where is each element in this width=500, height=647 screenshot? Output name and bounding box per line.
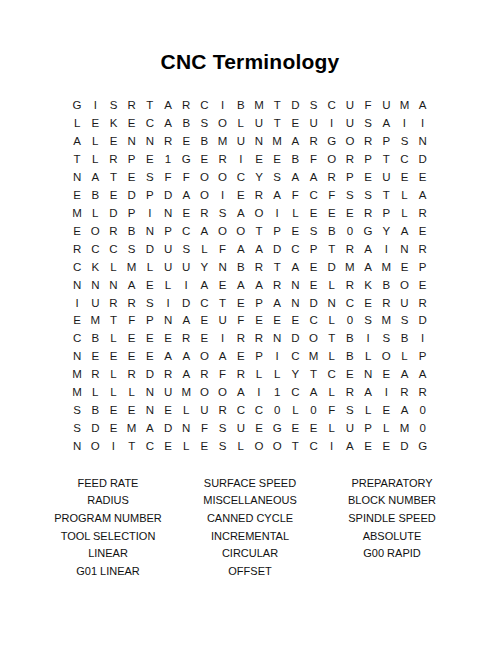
grid-cell[interactable]: E bbox=[286, 420, 304, 438]
grid-cell[interactable]: N bbox=[141, 133, 159, 151]
grid-cell[interactable]: L bbox=[359, 348, 377, 366]
grid-cell[interactable]: C bbox=[68, 258, 86, 276]
grid-cell[interactable]: B bbox=[123, 223, 141, 241]
grid-cell[interactable]: R bbox=[177, 97, 195, 115]
grid-cell[interactable]: E bbox=[414, 169, 432, 187]
grid-cell[interactable]: E bbox=[286, 115, 304, 133]
grid-cell[interactable]: L bbox=[123, 384, 141, 402]
grid-cell[interactable]: O bbox=[377, 348, 395, 366]
grid-cell[interactable]: G bbox=[323, 133, 341, 151]
grid-cell[interactable]: F bbox=[359, 97, 377, 115]
grid-cell[interactable]: L bbox=[104, 330, 122, 348]
grid-cell[interactable]: M bbox=[395, 420, 413, 438]
grid-cell[interactable]: G bbox=[268, 420, 286, 438]
grid-cell[interactable]: N bbox=[68, 438, 86, 456]
grid-cell[interactable]: E bbox=[304, 420, 322, 438]
grid-cell[interactable]: F bbox=[323, 187, 341, 205]
grid-cell[interactable]: I bbox=[323, 115, 341, 133]
grid-cell[interactable]: D bbox=[414, 312, 432, 330]
grid-cell[interactable]: P bbox=[359, 420, 377, 438]
grid-cell[interactable]: E bbox=[104, 187, 122, 205]
grid-cell[interactable]: N bbox=[68, 169, 86, 187]
grid-cell[interactable]: P bbox=[250, 294, 268, 312]
grid-cell[interactable]: N bbox=[159, 205, 177, 223]
grid-cell[interactable]: I bbox=[214, 187, 232, 205]
grid-cell[interactable]: A bbox=[359, 258, 377, 276]
grid-cell[interactable]: I bbox=[414, 115, 432, 133]
grid-cell[interactable]: O bbox=[214, 223, 232, 241]
grid-cell[interactable]: R bbox=[68, 241, 86, 259]
grid-cell[interactable]: L bbox=[104, 384, 122, 402]
grid-cell[interactable]: A bbox=[377, 115, 395, 133]
grid-cell[interactable]: D bbox=[141, 366, 159, 384]
grid-cell[interactable]: O bbox=[86, 223, 104, 241]
grid-cell[interactable]: M bbox=[177, 384, 195, 402]
grid-cell[interactable]: S bbox=[214, 420, 232, 438]
grid-cell[interactable]: F bbox=[123, 312, 141, 330]
grid-cell[interactable]: R bbox=[232, 330, 250, 348]
grid-cell[interactable]: E bbox=[123, 115, 141, 133]
grid-cell[interactable]: M bbox=[250, 97, 268, 115]
grid-cell[interactable]: R bbox=[214, 402, 232, 420]
grid-cell[interactable]: A bbox=[395, 366, 413, 384]
grid-cell[interactable]: C bbox=[286, 384, 304, 402]
grid-cell[interactable]: O bbox=[268, 438, 286, 456]
grid-cell[interactable]: N bbox=[159, 312, 177, 330]
grid-cell[interactable]: E bbox=[159, 402, 177, 420]
grid-cell[interactable]: R bbox=[359, 205, 377, 223]
grid-cell[interactable]: C bbox=[395, 151, 413, 169]
grid-cell[interactable]: B bbox=[377, 276, 395, 294]
grid-cell[interactable]: U bbox=[395, 294, 413, 312]
grid-cell[interactable]: N bbox=[214, 258, 232, 276]
grid-cell[interactable]: C bbox=[195, 97, 213, 115]
grid-cell[interactable]: F bbox=[159, 169, 177, 187]
grid-cell[interactable]: R bbox=[104, 151, 122, 169]
grid-cell[interactable]: S bbox=[68, 420, 86, 438]
grid-cell[interactable]: S bbox=[141, 169, 159, 187]
grid-cell[interactable]: E bbox=[141, 348, 159, 366]
grid-cell[interactable]: P bbox=[359, 151, 377, 169]
grid-cell[interactable]: E bbox=[104, 402, 122, 420]
grid-cell[interactable]: I bbox=[159, 294, 177, 312]
grid-cell[interactable]: S bbox=[395, 133, 413, 151]
grid-cell[interactable]: C bbox=[232, 402, 250, 420]
grid-cell[interactable]: N bbox=[141, 402, 159, 420]
grid-cell[interactable]: G bbox=[68, 97, 86, 115]
grid-cell[interactable]: F bbox=[304, 151, 322, 169]
grid-cell[interactable]: I bbox=[359, 330, 377, 348]
grid-cell[interactable]: K bbox=[86, 258, 104, 276]
grid-cell[interactable]: C bbox=[304, 438, 322, 456]
grid-cell[interactable]: L bbox=[86, 205, 104, 223]
grid-cell[interactable]: E bbox=[359, 294, 377, 312]
grid-cell[interactable]: D bbox=[286, 97, 304, 115]
grid-cell[interactable]: N bbox=[68, 276, 86, 294]
grid-cell[interactable]: E bbox=[123, 330, 141, 348]
grid-cell[interactable]: E bbox=[104, 348, 122, 366]
grid-cell[interactable]: M bbox=[395, 97, 413, 115]
grid-cell[interactable]: M bbox=[214, 133, 232, 151]
grid-cell[interactable]: L bbox=[68, 115, 86, 133]
grid-cell[interactable]: L bbox=[159, 276, 177, 294]
grid-cell[interactable]: I bbox=[141, 205, 159, 223]
grid-cell[interactable]: R bbox=[341, 241, 359, 259]
grid-cell[interactable]: D bbox=[268, 241, 286, 259]
grid-cell[interactable]: Y bbox=[195, 258, 213, 276]
grid-cell[interactable]: S bbox=[341, 402, 359, 420]
grid-cell[interactable]: M bbox=[377, 258, 395, 276]
grid-cell[interactable]: T bbox=[141, 97, 159, 115]
grid-cell[interactable]: L bbox=[395, 187, 413, 205]
grid-cell[interactable]: P bbox=[341, 169, 359, 187]
grid-cell[interactable]: D bbox=[159, 420, 177, 438]
grid-cell[interactable]: E bbox=[177, 133, 195, 151]
grid-cell[interactable]: N bbox=[250, 133, 268, 151]
grid-cell[interactable]: R bbox=[250, 187, 268, 205]
grid-cell[interactable]: M bbox=[68, 205, 86, 223]
grid-cell[interactable]: U bbox=[214, 312, 232, 330]
grid-cell[interactable]: A bbox=[177, 366, 195, 384]
grid-cell[interactable]: R bbox=[414, 294, 432, 312]
grid-cell[interactable]: K bbox=[359, 276, 377, 294]
grid-cell[interactable]: 1 bbox=[159, 151, 177, 169]
grid-cell[interactable]: P bbox=[250, 348, 268, 366]
grid-cell[interactable]: E bbox=[341, 366, 359, 384]
grid-cell[interactable]: I bbox=[104, 438, 122, 456]
grid-cell[interactable]: R bbox=[414, 241, 432, 259]
grid-cell[interactable]: I bbox=[177, 276, 195, 294]
grid-cell[interactable]: I bbox=[395, 115, 413, 133]
grid-cell[interactable]: O bbox=[214, 115, 232, 133]
grid-cell[interactable]: E bbox=[141, 151, 159, 169]
grid-cell[interactable]: M bbox=[268, 133, 286, 151]
grid-cell[interactable]: P bbox=[304, 241, 322, 259]
grid-cell[interactable]: D bbox=[286, 330, 304, 348]
grid-cell[interactable]: E bbox=[123, 348, 141, 366]
grid-cell[interactable]: R bbox=[195, 366, 213, 384]
grid-cell[interactable]: R bbox=[123, 366, 141, 384]
grid-cell[interactable]: T bbox=[268, 258, 286, 276]
grid-cell[interactable]: C bbox=[250, 402, 268, 420]
grid-cell[interactable]: L bbox=[232, 115, 250, 133]
grid-cell[interactable]: L bbox=[286, 205, 304, 223]
grid-cell[interactable]: E bbox=[159, 330, 177, 348]
grid-cell[interactable]: C bbox=[86, 241, 104, 259]
grid-cell[interactable]: R bbox=[86, 366, 104, 384]
grid-cell[interactable]: N bbox=[104, 276, 122, 294]
grid-cell[interactable]: L bbox=[86, 133, 104, 151]
grid-cell[interactable]: A bbox=[268, 294, 286, 312]
grid-cell[interactable]: A bbox=[250, 241, 268, 259]
grid-cell[interactable]: D bbox=[395, 438, 413, 456]
grid-cell[interactable]: I bbox=[268, 348, 286, 366]
grid-cell[interactable]: B bbox=[195, 133, 213, 151]
grid-cell[interactable]: P bbox=[159, 223, 177, 241]
grid-cell[interactable]: F bbox=[232, 312, 250, 330]
grid-cell[interactable]: T bbox=[323, 330, 341, 348]
grid-cell[interactable]: O bbox=[86, 438, 104, 456]
grid-cell[interactable]: O bbox=[232, 223, 250, 241]
grid-cell[interactable]: L bbox=[395, 205, 413, 223]
grid-cell[interactable]: D bbox=[159, 187, 177, 205]
grid-cell[interactable]: M bbox=[377, 312, 395, 330]
grid-cell[interactable]: S bbox=[214, 205, 232, 223]
grid-cell[interactable]: 0 bbox=[268, 402, 286, 420]
grid-cell[interactable]: C bbox=[286, 241, 304, 259]
grid-cell[interactable]: E bbox=[141, 276, 159, 294]
grid-cell[interactable]: E bbox=[395, 258, 413, 276]
grid-cell[interactable]: E bbox=[250, 420, 268, 438]
grid-cell[interactable]: S bbox=[177, 241, 195, 259]
grid-cell[interactable]: D bbox=[141, 241, 159, 259]
grid-cell[interactable]: T bbox=[250, 223, 268, 241]
grid-cell[interactable]: L bbox=[86, 384, 104, 402]
grid-cell[interactable]: A bbox=[286, 169, 304, 187]
grid-cell[interactable]: C bbox=[323, 366, 341, 384]
grid-cell[interactable]: E bbox=[414, 276, 432, 294]
grid-cell[interactable]: E bbox=[304, 205, 322, 223]
grid-cell[interactable]: U bbox=[159, 241, 177, 259]
grid-cell[interactable]: E bbox=[359, 169, 377, 187]
grid-cell[interactable]: S bbox=[268, 169, 286, 187]
grid-cell[interactable]: S bbox=[123, 241, 141, 259]
grid-cell[interactable]: P bbox=[377, 133, 395, 151]
grid-cell[interactable]: C bbox=[323, 97, 341, 115]
grid-cell[interactable]: A bbox=[304, 384, 322, 402]
grid-cell[interactable]: P bbox=[268, 223, 286, 241]
grid-cell[interactable]: E bbox=[68, 223, 86, 241]
grid-cell[interactable]: A bbox=[359, 384, 377, 402]
grid-cell[interactable]: R bbox=[250, 330, 268, 348]
grid-cell[interactable]: S bbox=[214, 438, 232, 456]
grid-cell[interactable]: S bbox=[195, 115, 213, 133]
grid-cell[interactable]: E bbox=[268, 151, 286, 169]
grid-cell[interactable]: L bbox=[177, 438, 195, 456]
grid-cell[interactable]: B bbox=[341, 330, 359, 348]
grid-cell[interactable]: U bbox=[250, 115, 268, 133]
grid-cell[interactable]: O bbox=[214, 384, 232, 402]
grid-cell[interactable]: A bbox=[414, 97, 432, 115]
grid-cell[interactable]: O bbox=[195, 384, 213, 402]
grid-cell[interactable]: S bbox=[359, 187, 377, 205]
grid-cell[interactable]: 0 bbox=[304, 402, 322, 420]
grid-cell[interactable]: R bbox=[195, 205, 213, 223]
grid-cell[interactable]: S bbox=[395, 312, 413, 330]
grid-cell[interactable]: D bbox=[104, 205, 122, 223]
grid-cell[interactable]: E bbox=[304, 258, 322, 276]
grid-cell[interactable]: P bbox=[123, 151, 141, 169]
grid-cell[interactable]: A bbox=[341, 438, 359, 456]
grid-cell[interactable]: U bbox=[341, 115, 359, 133]
grid-cell[interactable]: C bbox=[141, 115, 159, 133]
grid-cell[interactable]: E bbox=[414, 223, 432, 241]
grid-cell[interactable]: N bbox=[268, 330, 286, 348]
grid-cell[interactable]: R bbox=[341, 276, 359, 294]
grid-cell[interactable]: B bbox=[323, 223, 341, 241]
grid-cell[interactable]: E bbox=[141, 330, 159, 348]
grid-cell[interactable]: L bbox=[323, 312, 341, 330]
grid-cell[interactable]: O bbox=[341, 133, 359, 151]
grid-cell[interactable]: L bbox=[177, 402, 195, 420]
grid-cell[interactable]: C bbox=[341, 294, 359, 312]
grid-cell[interactable]: E bbox=[377, 366, 395, 384]
grid-cell[interactable]: E bbox=[232, 187, 250, 205]
grid-cell[interactable]: N bbox=[359, 366, 377, 384]
grid-cell[interactable]: O bbox=[304, 330, 322, 348]
grid-cell[interactable]: D bbox=[123, 187, 141, 205]
grid-cell[interactable]: A bbox=[286, 133, 304, 151]
grid-cell[interactable]: M bbox=[341, 258, 359, 276]
grid-cell[interactable]: F bbox=[214, 366, 232, 384]
grid-cell[interactable]: C bbox=[68, 330, 86, 348]
grid-cell[interactable]: U bbox=[377, 169, 395, 187]
grid-cell[interactable]: C bbox=[304, 187, 322, 205]
grid-cell[interactable]: E bbox=[195, 312, 213, 330]
grid-cell[interactable]: O bbox=[195, 187, 213, 205]
grid-cell[interactable]: R bbox=[177, 330, 195, 348]
grid-cell[interactable]: I bbox=[414, 330, 432, 348]
grid-cell[interactable]: T bbox=[377, 187, 395, 205]
grid-cell[interactable]: N bbox=[123, 133, 141, 151]
grid-cell[interactable]: R bbox=[104, 223, 122, 241]
grid-cell[interactable]: E bbox=[268, 312, 286, 330]
grid-cell[interactable]: K bbox=[104, 115, 122, 133]
grid-cell[interactable]: E bbox=[104, 420, 122, 438]
grid-cell[interactable]: D bbox=[86, 420, 104, 438]
grid-cell[interactable]: E bbox=[195, 151, 213, 169]
grid-cell[interactable]: B bbox=[86, 187, 104, 205]
grid-cell[interactable]: D bbox=[414, 151, 432, 169]
grid-cell[interactable]: N bbox=[141, 384, 159, 402]
grid-cell[interactable]: S bbox=[304, 97, 322, 115]
grid-cell[interactable]: E bbox=[232, 294, 250, 312]
grid-cell[interactable]: S bbox=[104, 97, 122, 115]
grid-cell[interactable]: T bbox=[68, 151, 86, 169]
grid-cell[interactable]: S bbox=[304, 223, 322, 241]
grid-cell[interactable]: T bbox=[123, 438, 141, 456]
grid-cell[interactable]: E bbox=[377, 438, 395, 456]
grid-cell[interactable]: A bbox=[177, 187, 195, 205]
grid-cell[interactable]: L bbox=[286, 402, 304, 420]
grid-cell[interactable]: U bbox=[86, 294, 104, 312]
grid-cell[interactable]: D bbox=[177, 294, 195, 312]
grid-cell[interactable]: U bbox=[232, 133, 250, 151]
grid-cell[interactable]: C bbox=[232, 169, 250, 187]
grid-cell[interactable]: A bbox=[286, 258, 304, 276]
grid-cell[interactable]: L bbox=[323, 384, 341, 402]
grid-cell[interactable]: O bbox=[195, 169, 213, 187]
grid-cell[interactable]: B bbox=[177, 115, 195, 133]
grid-cell[interactable]: L bbox=[377, 420, 395, 438]
grid-cell[interactable]: S bbox=[68, 402, 86, 420]
grid-cell[interactable]: L bbox=[268, 366, 286, 384]
grid-cell[interactable]: Y bbox=[250, 169, 268, 187]
grid-cell[interactable]: E bbox=[323, 205, 341, 223]
grid-cell[interactable]: U bbox=[195, 402, 213, 420]
grid-cell[interactable]: R bbox=[268, 276, 286, 294]
grid-cell[interactable]: I bbox=[86, 97, 104, 115]
grid-cell[interactable]: T bbox=[304, 366, 322, 384]
grid-cell[interactable]: A bbox=[123, 276, 141, 294]
grid-cell[interactable]: S bbox=[377, 330, 395, 348]
grid-cell[interactable]: B bbox=[232, 97, 250, 115]
grid-cell[interactable]: R bbox=[232, 366, 250, 384]
grid-cell[interactable]: B bbox=[232, 258, 250, 276]
grid-cell[interactable]: F bbox=[323, 402, 341, 420]
grid-cell[interactable]: B bbox=[86, 330, 104, 348]
grid-cell[interactable]: A bbox=[159, 115, 177, 133]
grid-cell[interactable]: R bbox=[250, 258, 268, 276]
grid-cell[interactable]: E bbox=[104, 133, 122, 151]
grid-cell[interactable]: I bbox=[232, 151, 250, 169]
grid-cell[interactable]: M bbox=[68, 366, 86, 384]
grid-cell[interactable]: L bbox=[323, 276, 341, 294]
grid-cell[interactable]: N bbox=[286, 276, 304, 294]
grid-cell[interactable]: A bbox=[250, 276, 268, 294]
grid-cell[interactable]: U bbox=[159, 258, 177, 276]
grid-cell[interactable]: E bbox=[177, 205, 195, 223]
grid-cell[interactable]: 1 bbox=[268, 384, 286, 402]
grid-cell[interactable]: U bbox=[341, 97, 359, 115]
grid-cell[interactable]: L bbox=[359, 402, 377, 420]
grid-cell[interactable]: M bbox=[123, 420, 141, 438]
grid-cell[interactable]: D bbox=[323, 258, 341, 276]
grid-cell[interactable]: C bbox=[104, 241, 122, 259]
grid-cell[interactable]: L bbox=[232, 438, 250, 456]
grid-cell[interactable]: O bbox=[395, 276, 413, 294]
grid-cell[interactable]: F bbox=[177, 169, 195, 187]
grid-cell[interactable]: E bbox=[68, 312, 86, 330]
grid-cell[interactable]: N bbox=[141, 223, 159, 241]
grid-cell[interactable]: A bbox=[232, 205, 250, 223]
grid-cell[interactable]: I bbox=[68, 294, 86, 312]
grid-cell[interactable]: F bbox=[214, 241, 232, 259]
grid-cell[interactable]: E bbox=[250, 312, 268, 330]
grid-cell[interactable]: L bbox=[323, 348, 341, 366]
grid-cell[interactable]: R bbox=[123, 294, 141, 312]
grid-cell[interactable]: A bbox=[68, 133, 86, 151]
grid-cell[interactable]: E bbox=[377, 402, 395, 420]
grid-cell[interactable]: D bbox=[304, 294, 322, 312]
grid-cell[interactable]: P bbox=[141, 187, 159, 205]
grid-cell[interactable]: E bbox=[341, 205, 359, 223]
grid-cell[interactable]: E bbox=[86, 348, 104, 366]
grid-cell[interactable]: C bbox=[286, 348, 304, 366]
grid-cell[interactable]: A bbox=[159, 97, 177, 115]
grid-cell[interactable]: E bbox=[286, 223, 304, 241]
grid-cell[interactable]: C bbox=[195, 294, 213, 312]
grid-cell[interactable]: E bbox=[123, 402, 141, 420]
grid-cell[interactable]: N bbox=[86, 276, 104, 294]
grid-cell[interactable]: A bbox=[232, 276, 250, 294]
grid-cell[interactable]: E bbox=[86, 115, 104, 133]
grid-cell[interactable]: S bbox=[141, 294, 159, 312]
grid-cell[interactable]: E bbox=[304, 276, 322, 294]
grid-cell[interactable]: Y bbox=[377, 223, 395, 241]
grid-cell[interactable]: I bbox=[214, 330, 232, 348]
grid-cell[interactable]: R bbox=[104, 294, 122, 312]
grid-cell[interactable]: U bbox=[177, 258, 195, 276]
grid-cell[interactable]: R bbox=[214, 151, 232, 169]
grid-cell[interactable]: C bbox=[141, 438, 159, 456]
grid-cell[interactable]: C bbox=[304, 312, 322, 330]
grid-cell[interactable]: A bbox=[177, 348, 195, 366]
grid-cell[interactable]: N bbox=[68, 348, 86, 366]
grid-cell[interactable]: P bbox=[414, 258, 432, 276]
grid-cell[interactable]: A bbox=[359, 241, 377, 259]
grid-cell[interactable]: E bbox=[159, 438, 177, 456]
